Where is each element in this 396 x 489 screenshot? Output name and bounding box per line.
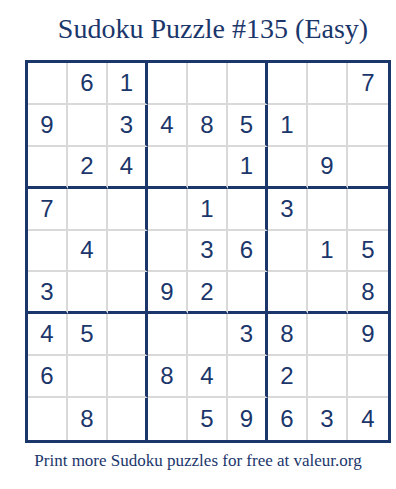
- cell-r6c6: [228, 272, 268, 314]
- cell-r5c6: 6: [228, 231, 268, 273]
- cell-r1c3: 1: [108, 63, 148, 105]
- cell-r5c7: [268, 231, 308, 273]
- cell-r4c7: 3: [268, 189, 308, 231]
- cell-r4c4: [148, 189, 188, 231]
- cell-r2c3: 3: [108, 105, 148, 147]
- cell-r5c1: [28, 231, 68, 273]
- cell-r6c5: 2: [188, 272, 228, 314]
- cell-r2c8: [308, 105, 348, 147]
- cell-r3c1: [28, 147, 68, 189]
- cell-r4c2: [68, 189, 108, 231]
- sudoku-board: 6179348512419713436153928453896842859634: [25, 60, 391, 443]
- cell-r3c7: [268, 147, 308, 189]
- cell-r1c6: [228, 63, 268, 105]
- cell-r6c1: 3: [28, 272, 68, 314]
- cell-r8c8: [308, 356, 348, 398]
- cell-r1c2: 6: [68, 63, 108, 105]
- cell-r6c3: [108, 272, 148, 314]
- cell-r2c6: 5: [228, 105, 268, 147]
- cell-r6c2: [68, 272, 108, 314]
- cell-r4c8: [308, 189, 348, 231]
- cell-r7c9: 9: [348, 314, 388, 356]
- cell-r7c4: [148, 314, 188, 356]
- cell-r9c7: 6: [268, 398, 308, 440]
- cell-r2c9: [348, 105, 388, 147]
- cell-r7c7: 8: [268, 314, 308, 356]
- cell-r5c3: [108, 231, 148, 273]
- cell-r9c6: 9: [228, 398, 268, 440]
- cell-r1c8: [308, 63, 348, 105]
- cell-r8c1: 6: [28, 356, 68, 398]
- page: Sudoku Puzzle #135 (Easy) 61793485124197…: [0, 0, 396, 489]
- cell-r1c4: [148, 63, 188, 105]
- cell-r4c5: 1: [188, 189, 228, 231]
- cell-r6c9: 8: [348, 272, 388, 314]
- cell-r9c2: 8: [68, 398, 108, 440]
- cell-r2c7: 1: [268, 105, 308, 147]
- cell-r8c6: [228, 356, 268, 398]
- cell-r9c4: [148, 398, 188, 440]
- cell-r5c8: 1: [308, 231, 348, 273]
- cell-r7c8: [308, 314, 348, 356]
- cell-r7c5: [188, 314, 228, 356]
- cell-r4c9: [348, 189, 388, 231]
- cell-r3c4: [148, 147, 188, 189]
- cell-r8c5: 4: [188, 356, 228, 398]
- cell-r2c5: 8: [188, 105, 228, 147]
- cell-r6c4: 9: [148, 272, 188, 314]
- cell-r2c2: [68, 105, 108, 147]
- cell-r8c4: 8: [148, 356, 188, 398]
- cell-r9c9: 4: [348, 398, 388, 440]
- cell-r4c1: 7: [28, 189, 68, 231]
- cell-r1c7: [268, 63, 308, 105]
- cell-r4c6: [228, 189, 268, 231]
- cell-r6c8: [308, 272, 348, 314]
- cell-r2c4: 4: [148, 105, 188, 147]
- cell-r2c1: 9: [28, 105, 68, 147]
- cell-r3c8: 9: [308, 147, 348, 189]
- cell-r3c5: [188, 147, 228, 189]
- cell-r9c8: 3: [308, 398, 348, 440]
- cell-r7c2: 5: [68, 314, 108, 356]
- page-title: Sudoku Puzzle #135 (Easy): [15, 13, 396, 45]
- cell-r4c3: [108, 189, 148, 231]
- cell-r7c6: 3: [228, 314, 268, 356]
- cell-r5c9: 5: [348, 231, 388, 273]
- footer-text: Print more Sudoku puzzles for free at va…: [0, 451, 396, 471]
- cell-r9c3: [108, 398, 148, 440]
- cell-r5c5: 3: [188, 231, 228, 273]
- cell-r3c2: 2: [68, 147, 108, 189]
- cell-r3c3: 4: [108, 147, 148, 189]
- cell-r8c2: [68, 356, 108, 398]
- cell-r8c7: 2: [268, 356, 308, 398]
- cell-r7c1: 4: [28, 314, 68, 356]
- cell-r1c5: [188, 63, 228, 105]
- cell-r6c7: [268, 272, 308, 314]
- cell-r1c9: 7: [348, 63, 388, 105]
- cell-r1c1: [28, 63, 68, 105]
- cell-r8c3: [108, 356, 148, 398]
- cell-r7c3: [108, 314, 148, 356]
- cell-r9c5: 5: [188, 398, 228, 440]
- cell-r9c1: [28, 398, 68, 440]
- cell-r5c2: 4: [68, 231, 108, 273]
- cell-r8c9: [348, 356, 388, 398]
- cell-r3c9: [348, 147, 388, 189]
- cell-r5c4: [148, 231, 188, 273]
- cell-r3c6: 1: [228, 147, 268, 189]
